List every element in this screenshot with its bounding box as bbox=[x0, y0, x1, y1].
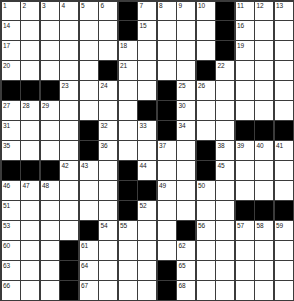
clue-number: 53 bbox=[3, 222, 10, 229]
cell-r1c2[interactable]: 2 bbox=[21, 2, 39, 20]
cell-r10c9[interactable]: 49 bbox=[158, 181, 176, 199]
clue-number: 15 bbox=[140, 22, 147, 29]
clue-number: 46 bbox=[3, 182, 10, 189]
cell-r4c15[interactable] bbox=[275, 61, 293, 79]
cell-r2c9[interactable] bbox=[158, 21, 176, 39]
clue-number: 13 bbox=[276, 2, 283, 9]
block-cell-r8c11 bbox=[197, 141, 215, 159]
block-cell-r13c4 bbox=[60, 241, 78, 259]
block-cell-r10c8 bbox=[138, 181, 156, 199]
cell-r3c9[interactable] bbox=[158, 41, 176, 59]
clue-number: 56 bbox=[198, 222, 205, 229]
cell-r13c14[interactable] bbox=[255, 241, 273, 259]
cell-r8c1[interactable]: 35 bbox=[2, 141, 20, 159]
cell-r10c12[interactable] bbox=[216, 181, 234, 199]
clue-number: 40 bbox=[257, 142, 264, 149]
block-cell-r5c9 bbox=[158, 81, 176, 99]
cell-r12c15[interactable]: 59 bbox=[275, 221, 293, 239]
cell-r13c12[interactable] bbox=[216, 241, 234, 259]
clue-number: 41 bbox=[276, 142, 283, 149]
clue-number: 33 bbox=[140, 122, 147, 129]
cell-r1c6[interactable]: 6 bbox=[99, 2, 117, 20]
clue-number: 43 bbox=[81, 162, 88, 169]
clue-number: 66 bbox=[3, 282, 10, 289]
cell-r11c12[interactable] bbox=[216, 201, 234, 219]
clue-number: 68 bbox=[179, 282, 186, 289]
clue-number: 31 bbox=[3, 122, 10, 129]
cell-r2c5[interactable] bbox=[80, 21, 98, 39]
cell-r3c11[interactable] bbox=[197, 41, 215, 59]
clue-number: 39 bbox=[237, 142, 244, 149]
clue-number: 54 bbox=[101, 222, 108, 229]
cell-r13c13[interactable] bbox=[236, 241, 254, 259]
cell-r6c15[interactable] bbox=[275, 101, 293, 119]
block-cell-r3c12 bbox=[216, 41, 234, 59]
clue-number: 47 bbox=[23, 182, 30, 189]
cell-r9c10[interactable] bbox=[177, 161, 195, 179]
cell-r11c11[interactable] bbox=[197, 201, 215, 219]
clue-number: 67 bbox=[81, 282, 88, 289]
clue-number: 52 bbox=[140, 202, 147, 209]
block-cell-r5c3 bbox=[41, 81, 59, 99]
cell-r3c15[interactable] bbox=[275, 41, 293, 59]
cell-r11c10[interactable] bbox=[177, 201, 195, 219]
cell-r4c14[interactable] bbox=[255, 61, 273, 79]
cell-r14c1[interactable]: 63 bbox=[2, 261, 20, 279]
cell-r6c11[interactable] bbox=[197, 101, 215, 119]
clue-number: 59 bbox=[276, 222, 283, 229]
cell-r9c14[interactable] bbox=[255, 161, 273, 179]
cell-r3c7[interactable]: 18 bbox=[119, 41, 137, 59]
clue-number: 42 bbox=[62, 162, 69, 169]
clue-number: 37 bbox=[159, 142, 166, 149]
cell-r11c2[interactable] bbox=[21, 201, 39, 219]
clue-number: 24 bbox=[101, 82, 108, 89]
cell-r7c1[interactable]: 31 bbox=[2, 121, 20, 139]
clue-number: 32 bbox=[101, 122, 108, 129]
clue-number: 50 bbox=[198, 182, 205, 189]
cell-r9c13[interactable] bbox=[236, 161, 254, 179]
cell-r6c12[interactable] bbox=[216, 101, 234, 119]
cell-r3c8[interactable] bbox=[138, 41, 156, 59]
block-cell-r7c13 bbox=[236, 121, 254, 139]
block-cell-r9c3 bbox=[41, 161, 59, 179]
block-cell-r4c11 bbox=[197, 61, 215, 79]
cell-r4c7[interactable]: 21 bbox=[119, 61, 137, 79]
cell-r5c13[interactable] bbox=[236, 81, 254, 99]
cell-r3c5[interactable] bbox=[80, 41, 98, 59]
cell-r8c6[interactable]: 36 bbox=[99, 141, 117, 159]
cell-r12c3[interactable] bbox=[41, 221, 59, 239]
clue-number: 35 bbox=[3, 142, 10, 149]
cell-r9c15[interactable] bbox=[275, 161, 293, 179]
block-cell-r8c5 bbox=[80, 141, 98, 159]
cell-r5c5[interactable] bbox=[80, 81, 98, 99]
cell-r15c12[interactable] bbox=[216, 281, 234, 299]
cell-r6c4[interactable] bbox=[60, 101, 78, 119]
cell-r12c9[interactable] bbox=[158, 221, 176, 239]
clue-number: 3 bbox=[42, 2, 46, 9]
cell-r13c10[interactable]: 62 bbox=[177, 241, 195, 259]
cell-r3c4[interactable] bbox=[60, 41, 78, 59]
cell-r9c9[interactable] bbox=[158, 161, 176, 179]
cell-r10c2[interactable]: 47 bbox=[21, 181, 39, 199]
cell-r10c1[interactable]: 46 bbox=[2, 181, 20, 199]
block-cell-r7c14 bbox=[255, 121, 273, 139]
cell-r2c3[interactable] bbox=[41, 21, 59, 39]
clue-number: 18 bbox=[120, 42, 127, 49]
cell-r8c10[interactable] bbox=[177, 141, 195, 159]
cell-r6c3[interactable]: 29 bbox=[41, 101, 59, 119]
cell-r1c4[interactable]: 4 bbox=[60, 2, 78, 20]
cell-r13c5[interactable]: 61 bbox=[80, 241, 98, 259]
block-cell-r11c15 bbox=[275, 201, 293, 219]
clue-number: 20 bbox=[3, 62, 10, 69]
clue-number: 4 bbox=[62, 2, 66, 9]
cell-r12c8[interactable] bbox=[138, 221, 156, 239]
cell-r12c11[interactable]: 56 bbox=[197, 221, 215, 239]
clue-number: 9 bbox=[179, 2, 183, 9]
clue-number: 23 bbox=[62, 82, 69, 89]
cell-r9c4[interactable]: 42 bbox=[60, 161, 78, 179]
cell-r10c14[interactable] bbox=[255, 181, 273, 199]
cell-r3c14[interactable] bbox=[255, 41, 273, 59]
clue-number: 57 bbox=[237, 222, 244, 229]
cell-r8c8[interactable] bbox=[138, 141, 156, 159]
block-cell-r9c11 bbox=[197, 161, 215, 179]
clue-number: 2 bbox=[23, 2, 27, 9]
cell-r1c13[interactable]: 11 bbox=[236, 2, 254, 20]
cell-r2c11[interactable] bbox=[197, 21, 215, 39]
clue-number: 6 bbox=[101, 2, 105, 9]
cell-r1c14[interactable]: 12 bbox=[255, 2, 273, 20]
clue-number: 28 bbox=[23, 102, 30, 109]
cell-r4c13[interactable] bbox=[236, 61, 254, 79]
cell-r14c3[interactable] bbox=[41, 261, 59, 279]
clue-number: 60 bbox=[3, 242, 10, 249]
block-cell-r15c9 bbox=[158, 281, 176, 299]
cell-r7c10[interactable]: 34 bbox=[177, 121, 195, 139]
block-cell-r6c9 bbox=[158, 101, 176, 119]
clue-number: 25 bbox=[179, 82, 186, 89]
cell-r5c15[interactable] bbox=[275, 81, 293, 99]
block-cell-r5c1 bbox=[2, 81, 20, 99]
clue-number: 51 bbox=[3, 202, 10, 209]
cell-r15c15[interactable] bbox=[275, 281, 293, 299]
clue-number: 16 bbox=[237, 22, 244, 29]
cell-r6c14[interactable] bbox=[255, 101, 273, 119]
cell-r4c2[interactable] bbox=[21, 61, 39, 79]
cell-r15c6[interactable] bbox=[99, 281, 117, 299]
cell-r3c2[interactable] bbox=[21, 41, 39, 59]
block-cell-r9c2 bbox=[21, 161, 39, 179]
block-cell-r10c7 bbox=[119, 181, 137, 199]
cell-r7c8[interactable]: 33 bbox=[138, 121, 156, 139]
cell-r5c14[interactable] bbox=[255, 81, 273, 99]
block-cell-r12c10 bbox=[177, 221, 195, 239]
cell-r3c13[interactable]: 19 bbox=[236, 41, 254, 59]
cell-r11c9[interactable] bbox=[158, 201, 176, 219]
clue-number: 29 bbox=[42, 102, 49, 109]
cell-r12c2[interactable] bbox=[21, 221, 39, 239]
crossword-grid: 1234567891011121314151617181920212223242… bbox=[0, 0, 294, 301]
cell-r3c3[interactable] bbox=[41, 41, 59, 59]
cell-r14c12[interactable] bbox=[216, 261, 234, 279]
cell-r15c11[interactable] bbox=[197, 281, 215, 299]
cell-r6c10[interactable]: 30 bbox=[177, 101, 195, 119]
cell-r14c15[interactable] bbox=[275, 261, 293, 279]
clue-number: 45 bbox=[218, 162, 225, 169]
cell-r5c8[interactable] bbox=[138, 81, 156, 99]
cell-r6c7[interactable] bbox=[119, 101, 137, 119]
cell-r14c14[interactable] bbox=[255, 261, 273, 279]
cell-r4c8[interactable] bbox=[138, 61, 156, 79]
block-cell-r1c12 bbox=[216, 2, 234, 20]
cell-r1c9[interactable]: 8 bbox=[158, 2, 176, 20]
cell-r1c3[interactable]: 3 bbox=[41, 2, 59, 20]
cell-r14c13[interactable] bbox=[236, 261, 254, 279]
block-cell-r6c8 bbox=[138, 101, 156, 119]
cell-r4c5[interactable] bbox=[80, 61, 98, 79]
clue-number: 58 bbox=[257, 222, 264, 229]
clue-number: 26 bbox=[198, 82, 205, 89]
cell-r3c6[interactable] bbox=[99, 41, 117, 59]
cell-r12c4[interactable] bbox=[60, 221, 78, 239]
cell-r3c1[interactable]: 17 bbox=[2, 41, 20, 59]
clue-number: 62 bbox=[179, 242, 186, 249]
cell-r12c1[interactable]: 53 bbox=[2, 221, 20, 239]
cell-r14c8[interactable] bbox=[138, 261, 156, 279]
cell-r8c3[interactable] bbox=[41, 141, 59, 159]
block-cell-r4c6 bbox=[99, 61, 117, 79]
block-cell-r14c4 bbox=[60, 261, 78, 279]
cell-r15c2[interactable] bbox=[21, 281, 39, 299]
clue-number: 38 bbox=[218, 142, 225, 149]
cell-r14c5[interactable]: 64 bbox=[80, 261, 98, 279]
cell-r9c12[interactable]: 45 bbox=[216, 161, 234, 179]
clue-number: 48 bbox=[42, 182, 49, 189]
cell-r13c8[interactable] bbox=[138, 241, 156, 259]
cell-r2c14[interactable] bbox=[255, 21, 273, 39]
cell-r13c11[interactable] bbox=[197, 241, 215, 259]
cell-r10c15[interactable] bbox=[275, 181, 293, 199]
cell-r12c7[interactable]: 55 bbox=[119, 221, 137, 239]
block-cell-r11c13 bbox=[236, 201, 254, 219]
cell-r7c7[interactable] bbox=[119, 121, 137, 139]
cell-r15c13[interactable] bbox=[236, 281, 254, 299]
cell-r9c8[interactable]: 44 bbox=[138, 161, 156, 179]
cell-r9c6[interactable] bbox=[99, 161, 117, 179]
block-cell-r2c12 bbox=[216, 21, 234, 39]
cell-r4c1[interactable]: 20 bbox=[2, 61, 20, 79]
cell-r1c11[interactable]: 10 bbox=[197, 2, 215, 20]
cell-r7c11[interactable] bbox=[197, 121, 215, 139]
cell-r14c10[interactable]: 65 bbox=[177, 261, 195, 279]
cell-r15c1[interactable]: 66 bbox=[2, 281, 20, 299]
cell-r8c15[interactable]: 41 bbox=[275, 141, 293, 159]
cell-r15c5[interactable]: 67 bbox=[80, 281, 98, 299]
cell-r7c12[interactable] bbox=[216, 121, 234, 139]
clue-number: 17 bbox=[3, 42, 10, 49]
cell-r6c1[interactable]: 27 bbox=[2, 101, 20, 119]
cell-r8c4[interactable] bbox=[60, 141, 78, 159]
cell-r15c10[interactable]: 68 bbox=[177, 281, 195, 299]
cell-r1c5[interactable]: 5 bbox=[80, 2, 98, 20]
cell-r12c6[interactable]: 54 bbox=[99, 221, 117, 239]
cell-r14c11[interactable] bbox=[197, 261, 215, 279]
cell-r12c12[interactable] bbox=[216, 221, 234, 239]
block-cell-r2c7 bbox=[119, 21, 137, 39]
cell-r4c12[interactable]: 22 bbox=[216, 61, 234, 79]
cell-r11c5[interactable] bbox=[80, 201, 98, 219]
block-cell-r12c5 bbox=[80, 221, 98, 239]
cell-r13c6[interactable] bbox=[99, 241, 117, 259]
cell-r2c13[interactable]: 16 bbox=[236, 21, 254, 39]
cell-r5c6[interactable]: 24 bbox=[99, 81, 117, 99]
block-cell-r11c14 bbox=[255, 201, 273, 219]
block-cell-r7c9 bbox=[158, 121, 176, 139]
block-cell-r5c2 bbox=[21, 81, 39, 99]
cell-r15c3[interactable] bbox=[41, 281, 59, 299]
cell-r13c1[interactable]: 60 bbox=[2, 241, 20, 259]
clue-number: 27 bbox=[3, 102, 10, 109]
cell-r6c6[interactable] bbox=[99, 101, 117, 119]
cell-r13c2[interactable] bbox=[21, 241, 39, 259]
cell-r8c2[interactable] bbox=[21, 141, 39, 159]
cell-r3c10[interactable] bbox=[177, 41, 195, 59]
clue-number: 22 bbox=[218, 62, 225, 69]
cell-r1c8[interactable]: 7 bbox=[138, 2, 156, 20]
cell-r11c1[interactable]: 51 bbox=[2, 201, 20, 219]
cell-r5c10[interactable]: 25 bbox=[177, 81, 195, 99]
cell-r15c14[interactable] bbox=[255, 281, 273, 299]
cell-r8c7[interactable] bbox=[119, 141, 137, 159]
cell-r14c2[interactable] bbox=[21, 261, 39, 279]
cell-r7c3[interactable] bbox=[41, 121, 59, 139]
cell-r10c4[interactable] bbox=[60, 181, 78, 199]
cell-r13c9[interactable] bbox=[158, 241, 176, 259]
cell-r4c4[interactable] bbox=[60, 61, 78, 79]
clue-number: 8 bbox=[159, 2, 163, 9]
cell-r2c4[interactable] bbox=[60, 21, 78, 39]
cell-r4c10[interactable] bbox=[177, 61, 195, 79]
block-cell-r11c7 bbox=[119, 201, 137, 219]
clue-number: 34 bbox=[179, 122, 186, 129]
cell-r11c3[interactable] bbox=[41, 201, 59, 219]
cell-r10c5[interactable] bbox=[80, 181, 98, 199]
clue-number: 14 bbox=[3, 22, 10, 29]
block-cell-r7c15 bbox=[275, 121, 293, 139]
clue-number: 12 bbox=[257, 2, 264, 9]
cell-r2c10[interactable] bbox=[177, 21, 195, 39]
block-cell-r7c5 bbox=[80, 121, 98, 139]
clue-number: 5 bbox=[81, 2, 85, 9]
cell-r9c5[interactable]: 43 bbox=[80, 161, 98, 179]
cell-r2c1[interactable]: 14 bbox=[2, 21, 20, 39]
cell-r2c8[interactable]: 15 bbox=[138, 21, 156, 39]
cell-r1c15[interactable]: 13 bbox=[275, 2, 293, 20]
block-cell-r15c4 bbox=[60, 281, 78, 299]
cell-r6c5[interactable] bbox=[80, 101, 98, 119]
cell-r10c10[interactable] bbox=[177, 181, 195, 199]
cell-r8c12[interactable]: 38 bbox=[216, 141, 234, 159]
clue-number: 19 bbox=[237, 42, 244, 49]
cell-r10c13[interactable] bbox=[236, 181, 254, 199]
clue-number: 1 bbox=[3, 2, 7, 9]
cell-r6c2[interactable]: 28 bbox=[21, 101, 39, 119]
block-cell-r9c1 bbox=[2, 161, 20, 179]
clue-number: 44 bbox=[140, 162, 147, 169]
cell-r1c10[interactable]: 9 bbox=[177, 2, 195, 20]
cell-r7c6[interactable]: 32 bbox=[99, 121, 117, 139]
cell-r8c14[interactable]: 40 bbox=[255, 141, 273, 159]
cell-r6c13[interactable] bbox=[236, 101, 254, 119]
cell-r2c2[interactable] bbox=[21, 21, 39, 39]
cell-r13c15[interactable] bbox=[275, 241, 293, 259]
cell-r13c3[interactable] bbox=[41, 241, 59, 259]
cell-r13c7[interactable] bbox=[119, 241, 137, 259]
clue-number: 49 bbox=[159, 182, 166, 189]
cell-r11c8[interactable]: 52 bbox=[138, 201, 156, 219]
cell-r15c7[interactable] bbox=[119, 281, 137, 299]
cell-r11c4[interactable] bbox=[60, 201, 78, 219]
cell-r7c4[interactable] bbox=[60, 121, 78, 139]
cell-r11c6[interactable] bbox=[99, 201, 117, 219]
clue-number: 64 bbox=[81, 262, 88, 269]
cell-r10c6[interactable] bbox=[99, 181, 117, 199]
cell-r14c7[interactable] bbox=[119, 261, 137, 279]
clue-number: 21 bbox=[120, 62, 127, 69]
block-cell-r9c7 bbox=[119, 161, 137, 179]
cell-r5c4[interactable]: 23 bbox=[60, 81, 78, 99]
clue-number: 36 bbox=[101, 142, 108, 149]
cell-r8c13[interactable]: 39 bbox=[236, 141, 254, 159]
cell-r1c1[interactable]: 1 bbox=[2, 2, 20, 20]
cell-r12c14[interactable]: 58 bbox=[255, 221, 273, 239]
cell-r2c6[interactable] bbox=[99, 21, 117, 39]
cell-r12c13[interactable]: 57 bbox=[236, 221, 254, 239]
cell-r8c9[interactable]: 37 bbox=[158, 141, 176, 159]
clue-number: 65 bbox=[179, 262, 186, 269]
cell-r7c2[interactable] bbox=[21, 121, 39, 139]
cell-r2c15[interactable] bbox=[275, 21, 293, 39]
clue-number: 7 bbox=[140, 2, 144, 9]
cell-r5c11[interactable]: 26 bbox=[197, 81, 215, 99]
cell-r10c11[interactable]: 50 bbox=[197, 181, 215, 199]
cell-r4c9[interactable] bbox=[158, 61, 176, 79]
clue-number: 63 bbox=[3, 262, 10, 269]
block-cell-r1c7 bbox=[119, 2, 137, 20]
clue-number: 61 bbox=[81, 242, 88, 249]
clue-number: 30 bbox=[179, 102, 186, 109]
clue-number: 10 bbox=[198, 2, 205, 9]
clue-number: 11 bbox=[237, 2, 244, 9]
cell-r10c3[interactable]: 48 bbox=[41, 181, 59, 199]
block-cell-r14c9 bbox=[158, 261, 176, 279]
cell-r4c3[interactable] bbox=[41, 61, 59, 79]
cell-r14c6[interactable] bbox=[99, 261, 117, 279]
cell-r15c8[interactable] bbox=[138, 281, 156, 299]
cell-r5c7[interactable] bbox=[119, 81, 137, 99]
cell-r5c12[interactable] bbox=[216, 81, 234, 99]
clue-number: 55 bbox=[120, 222, 127, 229]
